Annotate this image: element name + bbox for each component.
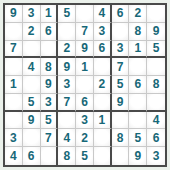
cell-r5c4[interactable]: 3	[58, 76, 76, 94]
cell-r6c7[interactable]: 9	[112, 94, 130, 112]
cell-r9c8[interactable]: 9	[129, 147, 147, 165]
cell-r9c7[interactable]	[112, 147, 130, 165]
cell-r9c3[interactable]	[41, 147, 59, 165]
cell-r3c3[interactable]	[41, 41, 59, 59]
cell-r6c9[interactable]	[147, 94, 165, 112]
cell-r7c8[interactable]	[129, 112, 147, 130]
cell-r5c6[interactable]: 2	[94, 76, 112, 94]
cell-r5c3[interactable]: 9	[41, 76, 59, 94]
sudoku-board: 9315462267389729631548917193256853769953…	[3, 3, 167, 167]
cell-r6c3[interactable]: 3	[41, 94, 59, 112]
cell-r8c6[interactable]	[94, 129, 112, 147]
cell-r6c5[interactable]: 6	[76, 94, 94, 112]
cell-r3c2[interactable]	[23, 41, 41, 59]
cell-r7c6[interactable]: 1	[94, 112, 112, 130]
cell-r5c5[interactable]	[76, 76, 94, 94]
cell-r2c4[interactable]	[58, 23, 76, 41]
cell-r9c1[interactable]: 4	[5, 147, 23, 165]
cell-r2c2[interactable]: 2	[23, 23, 41, 41]
cell-r8c1[interactable]: 3	[5, 129, 23, 147]
cell-r9c5[interactable]: 5	[76, 147, 94, 165]
cell-r8c7[interactable]: 8	[112, 129, 130, 147]
cell-r7c1[interactable]	[5, 112, 23, 130]
cell-r9c2[interactable]: 6	[23, 147, 41, 165]
cell-r7c4[interactable]	[58, 112, 76, 130]
cell-r3c4[interactable]: 2	[58, 41, 76, 59]
cell-r6c6[interactable]	[94, 94, 112, 112]
cell-r3c1[interactable]: 7	[5, 41, 23, 59]
cell-r4c6[interactable]	[94, 58, 112, 76]
cell-r1c2[interactable]: 3	[23, 5, 41, 23]
cell-r1c3[interactable]: 1	[41, 5, 59, 23]
cell-r8c9[interactable]: 6	[147, 129, 165, 147]
cell-r5c1[interactable]: 1	[5, 76, 23, 94]
cell-r9c9[interactable]: 3	[147, 147, 165, 165]
cell-r3c5[interactable]: 9	[76, 41, 94, 59]
cell-r6c8[interactable]	[129, 94, 147, 112]
cell-r4c4[interactable]: 9	[58, 58, 76, 76]
cell-r2c8[interactable]: 8	[129, 23, 147, 41]
cell-r7c7[interactable]	[112, 112, 130, 130]
cell-r4c5[interactable]: 1	[76, 58, 94, 76]
cell-r6c1[interactable]	[5, 94, 23, 112]
cell-r6c2[interactable]: 5	[23, 94, 41, 112]
cell-r3c6[interactable]: 6	[94, 41, 112, 59]
cell-r3c7[interactable]: 3	[112, 41, 130, 59]
cell-r7c9[interactable]: 4	[147, 112, 165, 130]
cell-r1c5[interactable]	[76, 5, 94, 23]
cell-r1c7[interactable]: 6	[112, 5, 130, 23]
cell-r1c6[interactable]: 4	[94, 5, 112, 23]
cell-r9c4[interactable]: 8	[58, 147, 76, 165]
cell-r8c8[interactable]: 5	[129, 129, 147, 147]
cell-r2c6[interactable]: 3	[94, 23, 112, 41]
cell-r7c2[interactable]: 9	[23, 112, 41, 130]
cell-r1c1[interactable]: 9	[5, 5, 23, 23]
cell-r2c3[interactable]: 6	[41, 23, 59, 41]
cell-r4c2[interactable]: 4	[23, 58, 41, 76]
cell-r4c1[interactable]	[5, 58, 23, 76]
cell-r3c8[interactable]: 1	[129, 41, 147, 59]
cell-r3c9[interactable]: 5	[147, 41, 165, 59]
cell-r5c9[interactable]: 8	[147, 76, 165, 94]
cell-r4c8[interactable]	[129, 58, 147, 76]
cell-r5c2[interactable]	[23, 76, 41, 94]
cell-r5c8[interactable]: 6	[129, 76, 147, 94]
cell-r4c3[interactable]: 8	[41, 58, 59, 76]
cell-r5c7[interactable]: 5	[112, 76, 130, 94]
cell-r6c4[interactable]: 7	[58, 94, 76, 112]
cell-r4c7[interactable]: 7	[112, 58, 130, 76]
cell-r8c2[interactable]	[23, 129, 41, 147]
cell-r7c3[interactable]: 5	[41, 112, 59, 130]
cell-r8c4[interactable]: 4	[58, 129, 76, 147]
cell-r2c9[interactable]: 9	[147, 23, 165, 41]
cell-r8c5[interactable]: 2	[76, 129, 94, 147]
cell-r2c1[interactable]	[5, 23, 23, 41]
cell-r1c9[interactable]	[147, 5, 165, 23]
cell-r2c7[interactable]	[112, 23, 130, 41]
cell-r8c3[interactable]: 7	[41, 129, 59, 147]
cell-r4c9[interactable]	[147, 58, 165, 76]
cell-r7c5[interactable]: 3	[76, 112, 94, 130]
cell-r1c8[interactable]: 2	[129, 5, 147, 23]
cell-r9c6[interactable]	[94, 147, 112, 165]
cell-r2c5[interactable]: 7	[76, 23, 94, 41]
cell-r1c4[interactable]: 5	[58, 5, 76, 23]
